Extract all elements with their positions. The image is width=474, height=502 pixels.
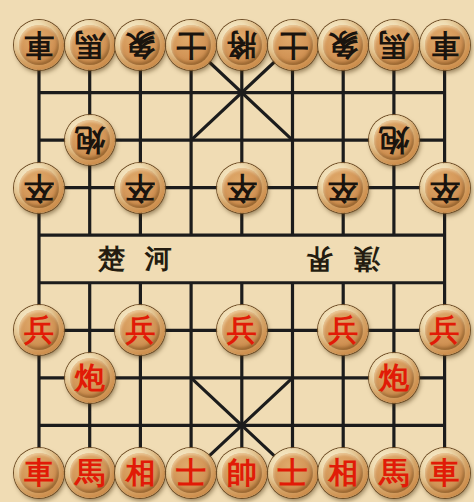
piece-glyph-black-elephant: 象 [125, 30, 155, 60]
piece-black-cannon[interactable]: 炮 [65, 115, 115, 165]
piece-glyph-red-advisor: 士 [176, 458, 206, 488]
piece-red-cannon[interactable]: 炮 [65, 353, 115, 403]
piece-red-soldier[interactable]: 兵 [217, 305, 267, 355]
piece-glyph-red-elephant: 相 [125, 458, 155, 488]
piece-glyph-black-soldier: 卒 [24, 173, 54, 203]
piece-glyph-red-soldier: 兵 [430, 315, 460, 345]
piece-glyph-red-soldier: 兵 [328, 315, 358, 345]
piece-glyph-red-soldier: 兵 [125, 315, 155, 345]
piece-red-elephant[interactable]: 相 [318, 448, 368, 498]
piece-glyph-black-general: 將 [227, 30, 257, 60]
piece-black-soldier[interactable]: 卒 [318, 163, 368, 213]
piece-black-advisor[interactable]: 士 [268, 20, 318, 70]
piece-red-rook[interactable]: 車 [420, 448, 470, 498]
piece-glyph-black-advisor: 士 [278, 30, 308, 60]
piece-black-soldier[interactable]: 卒 [14, 163, 64, 213]
piece-red-cannon[interactable]: 炮 [369, 353, 419, 403]
piece-glyph-black-advisor: 士 [176, 30, 206, 60]
piece-black-cannon[interactable]: 炮 [369, 115, 419, 165]
piece-glyph-black-cannon: 炮 [75, 125, 105, 155]
piece-red-rook[interactable]: 車 [14, 448, 64, 498]
piece-glyph-black-horse: 馬 [75, 30, 105, 60]
piece-black-rook[interactable]: 車 [14, 20, 64, 70]
piece-glyph-black-elephant: 象 [328, 30, 358, 60]
piece-black-elephant[interactable]: 象 [318, 20, 368, 70]
piece-red-advisor[interactable]: 士 [166, 448, 216, 498]
piece-glyph-black-soldier: 卒 [125, 173, 155, 203]
piece-glyph-red-soldier: 兵 [227, 315, 257, 345]
piece-glyph-red-horse: 馬 [75, 458, 105, 488]
piece-glyph-red-horse: 馬 [379, 458, 409, 488]
piece-black-horse[interactable]: 馬 [65, 20, 115, 70]
piece-black-horse[interactable]: 馬 [369, 20, 419, 70]
piece-red-elephant[interactable]: 相 [115, 448, 165, 498]
piece-glyph-black-soldier: 卒 [328, 173, 358, 203]
piece-black-rook[interactable]: 車 [420, 20, 470, 70]
piece-glyph-black-soldier: 卒 [430, 173, 460, 203]
piece-glyph-red-soldier: 兵 [24, 315, 54, 345]
piece-glyph-red-advisor: 士 [278, 458, 308, 488]
piece-black-soldier[interactable]: 卒 [420, 163, 470, 213]
piece-black-soldier[interactable]: 卒 [217, 163, 267, 213]
piece-red-advisor[interactable]: 士 [268, 448, 318, 498]
piece-glyph-red-elephant: 相 [328, 458, 358, 488]
river-label-chu-he: 楚河 [98, 243, 192, 275]
piece-glyph-red-cannon: 炮 [379, 363, 409, 393]
river-label-han-jie: 漢界 [286, 243, 380, 275]
piece-red-soldier[interactable]: 兵 [14, 305, 64, 355]
piece-black-soldier[interactable]: 卒 [115, 163, 165, 213]
piece-glyph-red-cannon: 炮 [75, 363, 105, 393]
piece-red-soldier[interactable]: 兵 [420, 305, 470, 355]
piece-red-general[interactable]: 帥 [217, 448, 267, 498]
piece-glyph-red-rook: 車 [430, 458, 460, 488]
xiangqi-board: 楚河 漢界 車馬象士將士象馬車炮炮卒卒卒卒卒兵兵兵兵兵炮炮車馬相士帥士相馬車 [0, 0, 474, 502]
piece-glyph-black-soldier: 卒 [227, 173, 257, 203]
piece-glyph-red-rook: 車 [24, 458, 54, 488]
piece-glyph-black-rook: 車 [430, 30, 460, 60]
piece-black-general[interactable]: 將 [217, 20, 267, 70]
piece-black-advisor[interactable]: 士 [166, 20, 216, 70]
piece-glyph-black-horse: 馬 [379, 30, 409, 60]
piece-red-horse[interactable]: 馬 [369, 448, 419, 498]
piece-glyph-red-general: 帥 [227, 458, 257, 488]
piece-glyph-black-rook: 車 [24, 30, 54, 60]
board-grid-lines [0, 0, 474, 502]
piece-red-horse[interactable]: 馬 [65, 448, 115, 498]
piece-glyph-black-cannon: 炮 [379, 125, 409, 155]
